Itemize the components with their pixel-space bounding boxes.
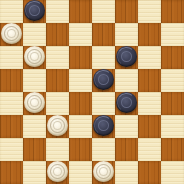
black-piece[interactable] [116,92,137,113]
square-d8[interactable] [69,0,92,23]
square-f4[interactable] [115,92,138,115]
black-piece[interactable] [116,46,137,67]
square-e6 [92,46,115,69]
black-piece[interactable] [93,69,114,90]
square-h1 [161,161,184,184]
square-c2 [46,138,69,161]
square-c4 [46,92,69,115]
square-d6[interactable] [69,46,92,69]
square-b1 [23,161,46,184]
black-piece[interactable] [24,0,45,21]
square-c7[interactable] [46,23,69,46]
square-h2[interactable] [161,138,184,161]
square-c3[interactable] [46,115,69,138]
square-f7 [115,23,138,46]
square-b2[interactable] [23,138,46,161]
square-e4 [92,92,115,115]
square-a3[interactable] [0,115,23,138]
white-piece[interactable] [93,161,114,182]
square-a5[interactable] [0,69,23,92]
square-h5 [161,69,184,92]
square-a8 [0,0,23,23]
square-a7[interactable] [0,23,23,46]
square-g5[interactable] [138,69,161,92]
white-piece[interactable] [1,23,22,44]
square-f8[interactable] [115,0,138,23]
square-f3 [115,115,138,138]
square-g2 [138,138,161,161]
square-h7 [161,23,184,46]
square-e2 [92,138,115,161]
square-f2[interactable] [115,138,138,161]
square-b4[interactable] [23,92,46,115]
square-b8[interactable] [23,0,46,23]
square-e8 [92,0,115,23]
square-b7 [23,23,46,46]
square-g1[interactable] [138,161,161,184]
square-h8[interactable] [161,0,184,23]
square-g6 [138,46,161,69]
square-c1[interactable] [46,161,69,184]
square-d2[interactable] [69,138,92,161]
square-c5[interactable] [46,69,69,92]
square-e1[interactable] [92,161,115,184]
black-piece[interactable] [93,115,114,136]
white-piece[interactable] [47,161,68,182]
square-e7[interactable] [92,23,115,46]
square-g8 [138,0,161,23]
checkers-board [0,0,184,184]
white-piece[interactable] [47,115,68,136]
square-f1 [115,161,138,184]
square-f6[interactable] [115,46,138,69]
square-a2 [0,138,23,161]
square-b5 [23,69,46,92]
square-a4 [0,92,23,115]
square-a1[interactable] [0,161,23,184]
square-d5 [69,69,92,92]
square-d3 [69,115,92,138]
square-b3 [23,115,46,138]
square-d1 [69,161,92,184]
square-b6[interactable] [23,46,46,69]
white-piece[interactable] [24,46,45,67]
square-c6 [46,46,69,69]
square-c8 [46,0,69,23]
square-h4[interactable] [161,92,184,115]
square-h6[interactable] [161,46,184,69]
square-e3[interactable] [92,115,115,138]
square-d4[interactable] [69,92,92,115]
square-f5 [115,69,138,92]
square-g4 [138,92,161,115]
square-d7 [69,23,92,46]
square-e5[interactable] [92,69,115,92]
square-g7[interactable] [138,23,161,46]
square-a6 [0,46,23,69]
square-g3[interactable] [138,115,161,138]
white-piece[interactable] [24,92,45,113]
square-h3 [161,115,184,138]
